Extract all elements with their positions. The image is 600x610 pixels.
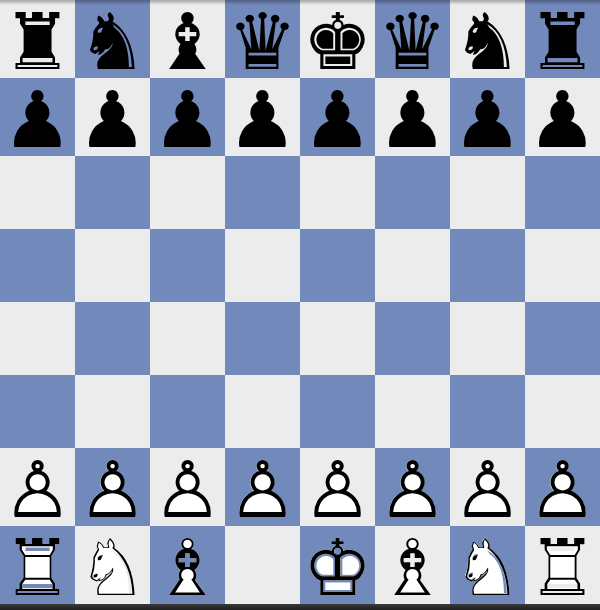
square-h7[interactable]: ♟ (525, 78, 600, 156)
square-b2[interactable]: ♟♙ (75, 448, 150, 526)
square-d7[interactable]: ♟ (225, 78, 300, 156)
square-f4[interactable] (375, 302, 450, 375)
square-f5[interactable] (375, 229, 450, 302)
square-h5[interactable] (525, 229, 600, 302)
piece-black-knight[interactable]: ♞ (78, 3, 148, 81)
white-piece-outline: ♙ (528, 451, 598, 529)
square-a2[interactable]: ♟♙ (0, 448, 75, 526)
square-b7[interactable]: ♟ (75, 78, 150, 156)
piece-white-king[interactable]: ♚♔ (303, 529, 373, 607)
square-g3[interactable] (450, 375, 525, 448)
square-h2[interactable]: ♟♙ (525, 448, 600, 526)
square-a8[interactable]: ♜ (0, 0, 75, 78)
piece-white-bishop[interactable]: ♝♗ (378, 529, 448, 607)
square-f1[interactable]: ♝♗ (375, 526, 450, 604)
piece-black-pawn[interactable]: ♟ (453, 81, 523, 159)
chess-board-page: ♜♞♝♛♚♛♞♜♟♟♟♟♟♟♟♟♟♙♟♙♟♙♟♙♟♙♟♙♟♙♟♙♜♖♞♘♝♗♚♔… (0, 0, 600, 610)
piece-white-pawn[interactable]: ♟♙ (528, 451, 598, 529)
piece-black-pawn[interactable]: ♟ (528, 81, 598, 159)
piece-black-queen[interactable]: ♛ (378, 3, 448, 81)
square-e5[interactable] (300, 229, 375, 302)
square-d4[interactable] (225, 302, 300, 375)
white-piece-outline: ♖ (3, 529, 73, 607)
white-piece-outline: ♙ (303, 451, 373, 529)
piece-black-rook[interactable]: ♜ (3, 3, 73, 81)
square-a4[interactable] (0, 302, 75, 375)
piece-black-king[interactable]: ♚ (303, 3, 373, 81)
square-g7[interactable]: ♟ (450, 78, 525, 156)
square-f6[interactable] (375, 156, 450, 229)
square-g8[interactable]: ♞ (450, 0, 525, 78)
white-piece-outline: ♖ (528, 529, 598, 607)
square-h8[interactable]: ♜ (525, 0, 600, 78)
square-d8[interactable]: ♛ (225, 0, 300, 78)
square-e4[interactable] (300, 302, 375, 375)
square-c7[interactable]: ♟ (150, 78, 225, 156)
square-d1[interactable] (225, 526, 300, 604)
square-c4[interactable] (150, 302, 225, 375)
square-g6[interactable] (450, 156, 525, 229)
white-piece-outline: ♗ (153, 529, 223, 607)
square-g5[interactable] (450, 229, 525, 302)
square-c8[interactable]: ♝ (150, 0, 225, 78)
piece-white-pawn[interactable]: ♟♙ (228, 451, 298, 529)
piece-white-knight[interactable]: ♞♘ (78, 529, 148, 607)
piece-white-pawn[interactable]: ♟♙ (153, 451, 223, 529)
square-a7[interactable]: ♟ (0, 78, 75, 156)
square-e6[interactable] (300, 156, 375, 229)
square-c2[interactable]: ♟♙ (150, 448, 225, 526)
square-a3[interactable] (0, 375, 75, 448)
piece-black-knight[interactable]: ♞ (453, 3, 523, 81)
square-b8[interactable]: ♞ (75, 0, 150, 78)
square-g4[interactable] (450, 302, 525, 375)
white-piece-outline: ♔ (303, 529, 373, 607)
square-c6[interactable] (150, 156, 225, 229)
piece-black-pawn[interactable]: ♟ (228, 81, 298, 159)
square-e7[interactable]: ♟ (300, 78, 375, 156)
square-a6[interactable] (0, 156, 75, 229)
square-h1[interactable]: ♜♖ (525, 526, 600, 604)
piece-white-pawn[interactable]: ♟♙ (453, 451, 523, 529)
piece-black-pawn[interactable]: ♟ (3, 81, 73, 159)
white-piece-outline: ♙ (153, 451, 223, 529)
piece-black-pawn[interactable]: ♟ (153, 81, 223, 159)
square-h3[interactable] (525, 375, 600, 448)
square-b5[interactable] (75, 229, 150, 302)
piece-white-knight[interactable]: ♞♘ (453, 529, 523, 607)
piece-black-bishop[interactable]: ♝ (153, 3, 223, 81)
square-h4[interactable] (525, 302, 600, 375)
square-c1[interactable]: ♝♗ (150, 526, 225, 604)
square-d3[interactable] (225, 375, 300, 448)
square-a1[interactable]: ♜♖ (0, 526, 75, 604)
square-f2[interactable]: ♟♙ (375, 448, 450, 526)
piece-white-pawn[interactable]: ♟♙ (3, 451, 73, 529)
square-b3[interactable] (75, 375, 150, 448)
square-e2[interactable]: ♟♙ (300, 448, 375, 526)
white-piece-outline: ♙ (78, 451, 148, 529)
square-g2[interactable]: ♟♙ (450, 448, 525, 526)
piece-black-pawn[interactable]: ♟ (303, 81, 373, 159)
square-f7[interactable]: ♟ (375, 78, 450, 156)
white-piece-outline: ♙ (3, 451, 73, 529)
square-e1[interactable]: ♚♔ (300, 526, 375, 604)
piece-white-rook[interactable]: ♜♖ (3, 529, 73, 607)
white-piece-outline: ♙ (378, 451, 448, 529)
white-piece-outline: ♘ (78, 529, 148, 607)
square-b1[interactable]: ♞♘ (75, 526, 150, 604)
piece-black-pawn[interactable]: ♟ (378, 81, 448, 159)
square-a5[interactable] (0, 229, 75, 302)
square-b6[interactable] (75, 156, 150, 229)
piece-black-rook[interactable]: ♜ (528, 3, 598, 81)
piece-black-pawn[interactable]: ♟ (78, 81, 148, 159)
square-e8[interactable]: ♚ (300, 0, 375, 78)
square-f3[interactable] (375, 375, 450, 448)
square-g1[interactable]: ♞♘ (450, 526, 525, 604)
white-piece-outline: ♗ (378, 529, 448, 607)
square-d2[interactable]: ♟♙ (225, 448, 300, 526)
white-piece-outline: ♙ (453, 451, 523, 529)
white-piece-outline: ♙ (228, 451, 298, 529)
square-d6[interactable] (225, 156, 300, 229)
bottom-bar (0, 604, 600, 610)
square-d5[interactable] (225, 229, 300, 302)
square-c3[interactable] (150, 375, 225, 448)
piece-white-pawn[interactable]: ♟♙ (78, 451, 148, 529)
chess-board[interactable]: ♜♞♝♛♚♛♞♜♟♟♟♟♟♟♟♟♟♙♟♙♟♙♟♙♟♙♟♙♟♙♟♙♜♖♞♘♝♗♚♔… (0, 0, 600, 604)
piece-white-rook[interactable]: ♜♖ (528, 529, 598, 607)
piece-white-pawn[interactable]: ♟♙ (303, 451, 373, 529)
piece-white-pawn[interactable]: ♟♙ (378, 451, 448, 529)
square-f8[interactable]: ♛ (375, 0, 450, 78)
square-h6[interactable] (525, 156, 600, 229)
square-b4[interactable] (75, 302, 150, 375)
piece-white-bishop[interactable]: ♝♗ (153, 529, 223, 607)
piece-black-queen[interactable]: ♛ (228, 3, 298, 81)
square-e3[interactable] (300, 375, 375, 448)
square-c5[interactable] (150, 229, 225, 302)
white-piece-outline: ♘ (453, 529, 523, 607)
